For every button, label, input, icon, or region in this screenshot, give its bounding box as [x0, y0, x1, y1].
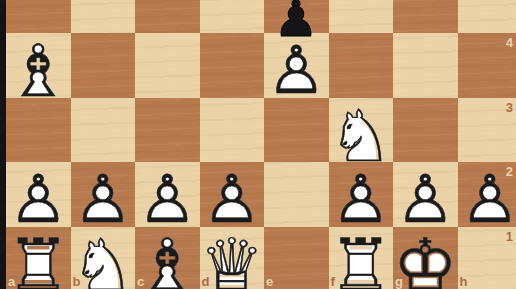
- piece-white-knight-f3[interactable]: ♞♘: [329, 98, 394, 163]
- square-a3[interactable]: [6, 98, 71, 163]
- white-knight-outline-icon: ♘: [71, 233, 136, 289]
- white-rook-icon: ♜: [329, 233, 394, 289]
- piece-white-king-g1[interactable]: ♚♔: [393, 227, 458, 289]
- square-c3[interactable]: [135, 98, 200, 163]
- piece-white-pawn-c2[interactable]: ♟♙: [135, 162, 200, 227]
- white-rook-outline-icon: ♖: [6, 233, 71, 289]
- piece-black-pawn-e5[interactable]: ♟: [264, 0, 329, 33]
- square-a5[interactable]: [6, 0, 71, 33]
- left-edge-strip: [0, 0, 6, 289]
- piece-white-bishop-a4[interactable]: ♝♗: [6, 33, 71, 98]
- square-b4[interactable]: [71, 33, 136, 98]
- square-d3[interactable]: [200, 98, 265, 163]
- square-c5[interactable]: [135, 0, 200, 33]
- square-f5[interactable]: [329, 0, 394, 33]
- piece-white-pawn-b2[interactable]: ♟♙: [71, 162, 136, 227]
- piece-white-pawn-d2[interactable]: ♟♙: [200, 162, 265, 227]
- white-pawn-outline-icon: ♙: [329, 168, 394, 233]
- white-knight-icon: ♞: [329, 104, 394, 169]
- white-king-icon: ♚: [393, 233, 458, 289]
- piece-white-pawn-e4[interactable]: ♟♙: [264, 33, 329, 98]
- white-pawn-icon: ♟: [264, 39, 329, 104]
- white-pawn-icon: ♟: [458, 168, 516, 233]
- white-pawn-icon: ♟: [6, 168, 71, 233]
- white-rook-outline-icon: ♖: [329, 233, 394, 289]
- piece-white-pawn-g2[interactable]: ♟♙: [393, 162, 458, 227]
- white-pawn-outline-icon: ♙: [71, 168, 136, 233]
- square-g5[interactable]: [393, 0, 458, 33]
- white-pawn-outline-icon: ♙: [393, 168, 458, 233]
- piece-white-queen-d1[interactable]: ♛♕: [200, 227, 265, 289]
- square-g3[interactable]: [393, 98, 458, 163]
- white-pawn-outline-icon: ♙: [200, 168, 265, 233]
- square-h4[interactable]: [458, 33, 516, 98]
- square-e2[interactable]: [264, 162, 329, 227]
- white-knight-outline-icon: ♘: [329, 104, 394, 169]
- piece-white-rook-f1[interactable]: ♜♖: [329, 227, 394, 289]
- square-c4[interactable]: [135, 33, 200, 98]
- square-h1[interactable]: [458, 227, 516, 289]
- white-pawn-outline-icon: ♙: [6, 168, 71, 233]
- white-pawn-icon: ♟: [135, 168, 200, 233]
- square-b5[interactable]: [71, 0, 136, 33]
- square-b3[interactable]: [71, 98, 136, 163]
- chess-board: abcdefgh♟♝♗♟♙♞♘♟♙♟♙♟♙♟♙♟♙♟♙♟♙♜♖♞♘♝♗♛♕♜♖♚…: [6, 0, 516, 289]
- white-queen-outline-icon: ♕: [200, 233, 265, 289]
- square-e3[interactable]: [264, 98, 329, 163]
- square-d5[interactable]: [200, 0, 265, 33]
- square-d4[interactable]: [200, 33, 265, 98]
- white-pawn-icon: ♟: [329, 168, 394, 233]
- white-queen-icon: ♛: [200, 233, 265, 289]
- piece-white-pawn-h2[interactable]: ♟♙: [458, 162, 516, 227]
- white-bishop-icon: ♝: [6, 39, 71, 104]
- white-rook-icon: ♜: [6, 233, 71, 289]
- square-g4[interactable]: [393, 33, 458, 98]
- white-pawn-outline-icon: ♙: [458, 168, 516, 233]
- white-pawn-icon: ♟: [393, 168, 458, 233]
- piece-white-rook-a1[interactable]: ♜♖: [6, 227, 71, 289]
- white-pawn-icon: ♟: [200, 168, 265, 233]
- white-bishop-outline-icon: ♗: [135, 233, 200, 289]
- piece-white-knight-b1[interactable]: ♞♘: [71, 227, 136, 289]
- white-pawn-icon: ♟: [71, 168, 136, 233]
- square-h3[interactable]: [458, 98, 516, 163]
- white-bishop-outline-icon: ♗: [6, 39, 71, 104]
- piece-white-pawn-f2[interactable]: ♟♙: [329, 162, 394, 227]
- square-h5[interactable]: [458, 0, 516, 33]
- square-e1[interactable]: [264, 227, 329, 289]
- piece-white-pawn-a2[interactable]: ♟♙: [6, 162, 71, 227]
- chess-screenshot: abcdefgh♟♝♗♟♙♞♘♟♙♟♙♟♙♟♙♟♙♟♙♟♙♜♖♞♘♝♗♛♕♜♖♚…: [0, 0, 516, 289]
- white-pawn-outline-icon: ♙: [264, 39, 329, 104]
- white-knight-icon: ♞: [71, 233, 136, 289]
- white-king-outline-icon: ♔: [393, 233, 458, 289]
- white-bishop-icon: ♝: [135, 233, 200, 289]
- piece-white-bishop-c1[interactable]: ♝♗: [135, 227, 200, 289]
- white-pawn-outline-icon: ♙: [135, 168, 200, 233]
- square-f4[interactable]: [329, 33, 394, 98]
